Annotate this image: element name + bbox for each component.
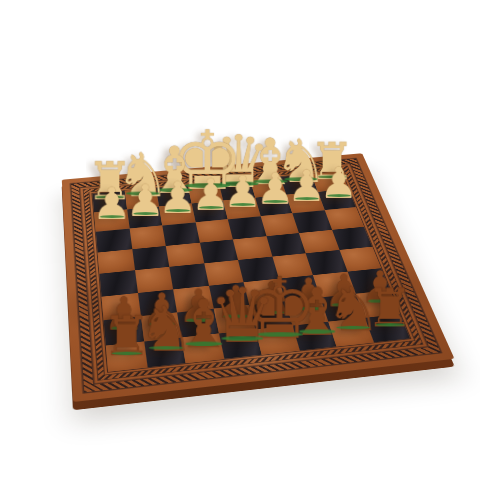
- square-h8[interactable]: ♜: [106, 341, 147, 372]
- product-photo-canvas: ♜♞♝♚♛♝♞♜♟♟♟♟♟♟♟♟♟♟♟♟♟♟♟♟♜♞♝♛♚♝♞♜: [0, 0, 480, 480]
- board-scene: ♜♞♝♚♛♝♞♜♟♟♟♟♟♟♟♟♟♟♟♟♟♟♟♟♜♞♝♛♚♝♞♜: [0, 0, 480, 480]
- square-e4[interactable]: [199, 239, 238, 263]
- square-e3[interactable]: [195, 219, 233, 242]
- square-d4[interactable]: [233, 236, 272, 260]
- chess-board: ♜♞♝♚♛♝♞♜♟♟♟♟♟♟♟♟♟♟♟♟♟♟♟♟♜♞♝♛♚♝♞♜: [62, 153, 455, 402]
- piece-light-pawn[interactable]: ♟: [92, 182, 132, 226]
- piece-dark-rook[interactable]: ♜: [102, 309, 151, 364]
- square-a3[interactable]: [324, 207, 364, 229]
- square-h4[interactable]: [98, 249, 135, 274]
- square-f3[interactable]: [162, 222, 199, 245]
- square-h3[interactable]: [96, 229, 132, 253]
- square-c4[interactable]: [266, 233, 306, 257]
- board-squares: ♜♞♝♚♛♝♞♜♟♟♟♟♟♟♟♟♟♟♟♟♟♟♟♟♜♞♝♛♚♝♞♜: [92, 171, 410, 372]
